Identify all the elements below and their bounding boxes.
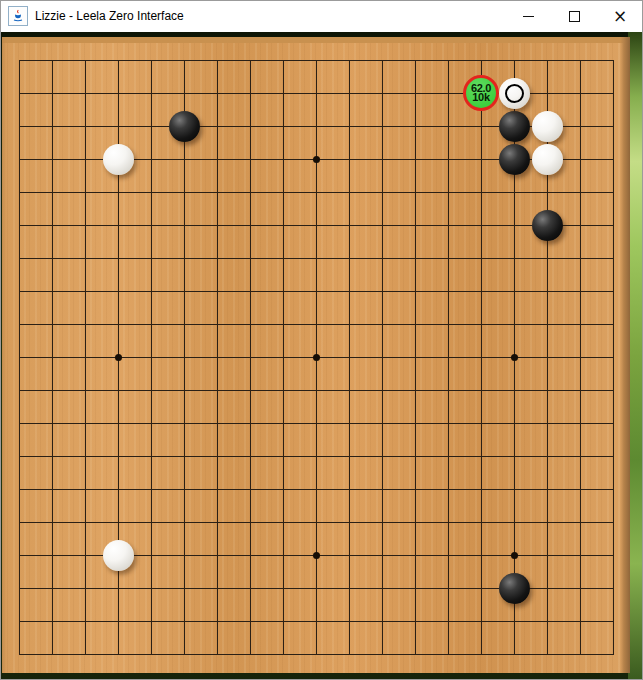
suggestion-playouts: 10k bbox=[472, 93, 489, 103]
black-stone bbox=[499, 111, 530, 142]
minimize-button[interactable] bbox=[505, 0, 551, 32]
close-button[interactable]: × bbox=[597, 0, 643, 32]
last-move-marker bbox=[505, 84, 524, 103]
white-stone bbox=[532, 144, 563, 175]
minimize-icon bbox=[523, 16, 534, 17]
star-point bbox=[313, 354, 320, 361]
close-icon: × bbox=[613, 8, 627, 25]
go-board[interactable]: 62.010k bbox=[2, 37, 630, 673]
app-window: Lizzie - Leela Zero Interface × 62.010k bbox=[0, 0, 643, 680]
star-point bbox=[115, 354, 122, 361]
java-coffee-cup-icon bbox=[8, 6, 28, 26]
black-stone bbox=[169, 111, 200, 142]
star-point bbox=[511, 552, 518, 559]
white-stone bbox=[103, 540, 134, 571]
background-foliage bbox=[628, 32, 643, 680]
maximize-icon bbox=[569, 11, 580, 22]
white-stone bbox=[499, 78, 530, 109]
star-point bbox=[313, 156, 320, 163]
black-stone bbox=[532, 210, 563, 241]
black-stone bbox=[499, 144, 530, 175]
board-bevel-top bbox=[2, 37, 630, 43]
black-stone bbox=[499, 573, 530, 604]
star-point bbox=[511, 354, 518, 361]
white-stone bbox=[103, 144, 134, 175]
stones-layer: 62.010k bbox=[3, 44, 630, 671]
window-controls: × bbox=[505, 0, 643, 32]
window-title: Lizzie - Leela Zero Interface bbox=[35, 9, 184, 23]
window-titlebar[interactable]: Lizzie - Leela Zero Interface × bbox=[0, 0, 643, 32]
white-stone bbox=[532, 111, 563, 142]
star-point bbox=[313, 552, 320, 559]
engine-move-suggestion[interactable]: 62.010k bbox=[463, 75, 499, 111]
app-background: 62.010k bbox=[0, 32, 643, 680]
maximize-button[interactable] bbox=[551, 0, 597, 32]
